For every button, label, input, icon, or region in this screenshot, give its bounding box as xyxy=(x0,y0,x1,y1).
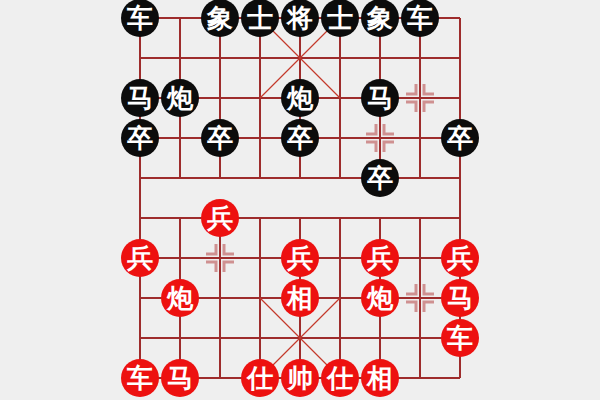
board-cell[interactable] xyxy=(320,318,360,358)
black-piece[interactable]: 卒 xyxy=(281,119,319,157)
red-piece[interactable]: 车 xyxy=(441,319,479,357)
board-cell[interactable]: 炮 xyxy=(160,78,200,118)
board-cell[interactable] xyxy=(200,358,240,398)
board-cell[interactable] xyxy=(320,158,360,198)
board-cell[interactable] xyxy=(120,318,160,358)
red-piece[interactable]: 兵 xyxy=(281,239,319,277)
board-cell[interactable] xyxy=(280,38,320,78)
black-piece[interactable]: 象 xyxy=(201,0,239,37)
red-piece[interactable]: 马 xyxy=(441,279,479,317)
board-cell[interactable]: 车 xyxy=(120,0,160,38)
board-cell[interactable]: 车 xyxy=(440,318,480,358)
board-cell[interactable] xyxy=(440,358,480,398)
black-piece[interactable]: 炮 xyxy=(161,79,199,117)
board-cell[interactable] xyxy=(160,38,200,78)
board-cell[interactable]: 兵 xyxy=(120,238,160,278)
board-cell[interactable]: 卒 xyxy=(120,118,160,158)
board-cell[interactable] xyxy=(240,238,280,278)
board-cell[interactable]: 炮 xyxy=(160,278,200,318)
red-piece[interactable]: 仕 xyxy=(241,359,279,397)
board-cell[interactable] xyxy=(400,278,440,318)
board-cell[interactable] xyxy=(160,198,200,238)
board-cell[interactable] xyxy=(160,0,200,38)
board-cell[interactable] xyxy=(320,78,360,118)
board-cell[interactable] xyxy=(440,78,480,118)
board-cell[interactable]: 车 xyxy=(120,358,160,398)
board-cell[interactable]: 相 xyxy=(280,278,320,318)
board-cell[interactable] xyxy=(360,118,400,158)
board-cell[interactable]: 卒 xyxy=(440,118,480,158)
board-cell[interactable]: 相 xyxy=(360,358,400,398)
board-cell[interactable] xyxy=(160,318,200,358)
board-cell[interactable]: 卒 xyxy=(280,118,320,158)
board-cell[interactable] xyxy=(400,318,440,358)
board-cell[interactable] xyxy=(400,198,440,238)
black-piece[interactable]: 马 xyxy=(361,79,399,117)
red-piece[interactable]: 相 xyxy=(361,359,399,397)
board-cell[interactable]: 马 xyxy=(120,78,160,118)
board-cell[interactable] xyxy=(160,158,200,198)
board-cell[interactable] xyxy=(320,118,360,158)
board-cell[interactable] xyxy=(200,238,240,278)
board-cell[interactable] xyxy=(120,158,160,198)
board-cell[interactable] xyxy=(400,238,440,278)
board-cell[interactable] xyxy=(200,78,240,118)
black-piece[interactable]: 士 xyxy=(321,0,359,37)
board-cell[interactable] xyxy=(200,318,240,358)
board-cell[interactable]: 象 xyxy=(360,0,400,38)
board-cell[interactable] xyxy=(440,0,480,38)
board-cell[interactable] xyxy=(200,158,240,198)
board-cell[interactable]: 帅 xyxy=(280,358,320,398)
red-piece[interactable]: 车 xyxy=(121,359,159,397)
board-cell[interactable] xyxy=(440,158,480,198)
board-cell[interactable] xyxy=(400,118,440,158)
board-cell[interactable]: 将 xyxy=(280,0,320,38)
red-piece[interactable]: 兵 xyxy=(201,199,239,237)
red-piece[interactable]: 炮 xyxy=(161,279,199,317)
board-cell[interactable] xyxy=(240,318,280,358)
board-cell[interactable] xyxy=(360,198,400,238)
board-cell[interactable] xyxy=(360,318,400,358)
xiangqi-board-app: 车象士将士象车马炮炮马卒卒卒卒卒兵兵兵兵兵炮相炮马车车马仕帅仕相 xyxy=(0,0,600,400)
black-piece[interactable]: 车 xyxy=(121,0,159,37)
board-cell[interactable] xyxy=(200,278,240,318)
red-piece[interactable]: 相 xyxy=(281,279,319,317)
black-piece[interactable]: 卒 xyxy=(361,159,399,197)
black-piece[interactable]: 炮 xyxy=(281,79,319,117)
board-cell[interactable] xyxy=(320,278,360,318)
board-cell[interactable]: 炮 xyxy=(280,78,320,118)
black-piece[interactable]: 车 xyxy=(401,0,439,37)
board-cell[interactable]: 马 xyxy=(440,278,480,318)
board-cell[interactable] xyxy=(280,198,320,238)
board-cell[interactable] xyxy=(240,118,280,158)
board-cell[interactable] xyxy=(400,358,440,398)
board-cell[interactable] xyxy=(160,118,200,158)
red-piece[interactable]: 帅 xyxy=(281,359,319,397)
red-piece[interactable]: 仕 xyxy=(321,359,359,397)
board-cell[interactable]: 兵 xyxy=(440,238,480,278)
board-cell[interactable]: 象 xyxy=(200,0,240,38)
board-cell[interactable] xyxy=(240,78,280,118)
board-cell[interactable] xyxy=(240,278,280,318)
board-cell[interactable]: 马 xyxy=(360,78,400,118)
black-piece[interactable]: 卒 xyxy=(121,119,159,157)
board-cell[interactable]: 兵 xyxy=(360,238,400,278)
board-cell[interactable]: 车 xyxy=(400,0,440,38)
black-piece[interactable]: 卒 xyxy=(201,119,239,157)
board-cell[interactable] xyxy=(320,198,360,238)
board-cell[interactable]: 兵 xyxy=(200,198,240,238)
black-piece[interactable]: 马 xyxy=(121,79,159,117)
board-cell[interactable] xyxy=(320,238,360,278)
board-cell[interactable] xyxy=(120,278,160,318)
board-cell[interactable] xyxy=(400,158,440,198)
board-cell[interactable] xyxy=(320,38,360,78)
board-cell[interactable] xyxy=(400,38,440,78)
board-cell[interactable]: 马 xyxy=(160,358,200,398)
red-piece[interactable]: 炮 xyxy=(361,279,399,317)
board-cell[interactable]: 炮 xyxy=(360,278,400,318)
board-cell[interactable] xyxy=(440,38,480,78)
board-grid: 车象士将士象车马炮炮马卒卒卒卒卒兵兵兵兵兵炮相炮马车车马仕帅仕相 xyxy=(120,0,480,398)
board-cell[interactable] xyxy=(360,38,400,78)
board-cell[interactable] xyxy=(280,158,320,198)
red-piece[interactable]: 马 xyxy=(161,359,199,397)
board-cell[interactable] xyxy=(200,38,240,78)
board-cell[interactable]: 士 xyxy=(240,0,280,38)
board-cell[interactable] xyxy=(400,78,440,118)
board-cell[interactable]: 卒 xyxy=(360,158,400,198)
board-cell[interactable] xyxy=(120,198,160,238)
board-cell[interactable] xyxy=(440,198,480,238)
board-cell[interactable]: 士 xyxy=(320,0,360,38)
board-cell[interactable] xyxy=(120,38,160,78)
board-cell[interactable]: 兵 xyxy=(280,238,320,278)
board-cell[interactable]: 仕 xyxy=(320,358,360,398)
black-piece[interactable]: 卒 xyxy=(441,119,479,157)
board-cell[interactable] xyxy=(160,238,200,278)
board-cell[interactable] xyxy=(280,318,320,358)
board-cell[interactable] xyxy=(240,198,280,238)
board-cell[interactable]: 仕 xyxy=(240,358,280,398)
board-cell[interactable] xyxy=(240,38,280,78)
black-piece[interactable]: 将 xyxy=(281,0,319,37)
black-piece[interactable]: 士 xyxy=(241,0,279,37)
black-piece[interactable]: 象 xyxy=(361,0,399,37)
board-cell[interactable]: 卒 xyxy=(200,118,240,158)
red-piece[interactable]: 兵 xyxy=(121,239,159,277)
red-piece[interactable]: 兵 xyxy=(441,239,479,277)
red-piece[interactable]: 兵 xyxy=(361,239,399,277)
board-cell[interactable] xyxy=(240,158,280,198)
